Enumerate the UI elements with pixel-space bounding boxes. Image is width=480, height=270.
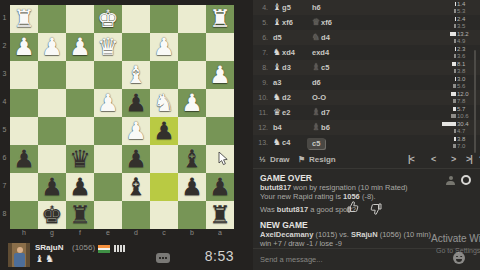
square-g3[interactable] [38, 61, 66, 89]
rank-label-2: 2 [0, 42, 9, 49]
square-h5[interactable] [10, 117, 38, 145]
square-d6[interactable]: ♟ [122, 145, 150, 173]
move-text: d2 [282, 93, 291, 102]
new-game-title: NEW GAME [260, 220, 308, 230]
white-figurine-icon: ♛ [273, 108, 281, 117]
move-number: 5. [253, 19, 268, 26]
move-black[interactable]: c5 [312, 138, 325, 149]
square-a8[interactable]: ♜ [206, 201, 234, 229]
move-white[interactable]: ♝g5 [273, 3, 291, 12]
square-h8[interactable] [10, 201, 38, 229]
square-g4[interactable] [38, 89, 66, 117]
rank-label-6: 6 [0, 154, 9, 161]
move-black[interactable]: d6 [312, 78, 321, 87]
move-black[interactable]: ♝d7 [312, 108, 330, 117]
avatar-bg2 [26, 243, 30, 267]
nav-next-icon[interactable]: > [451, 154, 455, 164]
player-name[interactable]: SRajuN [35, 243, 63, 252]
move-number: 9. [253, 79, 268, 86]
move-number: 10. [253, 94, 268, 101]
white-R-piece-h1[interactable]: ♜ [13, 5, 35, 33]
india-flag-icon [98, 245, 110, 253]
move-times: 1.45.3 [439, 1, 477, 14]
square-e5[interactable] [94, 117, 122, 145]
square-b6[interactable]: ♝ [178, 145, 206, 173]
black-P-piece-d6[interactable]: ♟ [125, 145, 147, 173]
white-figurine-icon: ♞ [273, 48, 281, 57]
move-row-4[interactable]: 4.♝g5h61.45.3 [253, 0, 480, 15]
move-text: d4 [321, 33, 330, 42]
square-f7[interactable]: ♟ [66, 173, 94, 201]
move-times: 13.24.9 [439, 31, 477, 44]
white-P-piece-f2[interactable]: ♟ [69, 33, 91, 61]
square-f3[interactable] [66, 61, 94, 89]
move-white[interactable]: ♝xf6 [273, 18, 293, 27]
black-P-piece-h6[interactable]: ♟ [13, 145, 35, 173]
file-label-f: f [66, 229, 94, 236]
black-P-piece-g7[interactable]: ♟ [41, 173, 63, 201]
square-e6[interactable] [94, 145, 122, 173]
square-d2[interactable] [122, 33, 150, 61]
move-number: 12. [253, 124, 268, 131]
white-figurine-icon: ♞ [273, 138, 281, 147]
avatar[interactable] [8, 243, 30, 267]
white-P-piece-e4[interactable]: ♟ [97, 89, 119, 117]
nav-first-icon[interactable]: |< [408, 154, 414, 164]
square-c8[interactable] [150, 201, 178, 229]
move-times: 30.44.7 [439, 121, 477, 134]
square-h3[interactable] [10, 61, 38, 89]
square-b5[interactable] [178, 117, 206, 145]
square-b2[interactable] [178, 33, 206, 61]
move-text: h6 [312, 3, 321, 12]
move-text: d5 [273, 33, 282, 42]
white-P-piece-c2[interactable]: ♟ [153, 33, 175, 61]
black-B-piece-d7[interactable]: ♝ [125, 173, 147, 201]
square-b1[interactable] [178, 5, 206, 33]
activate-windows-watermark: Activate Wi [431, 233, 480, 244]
black-figurine-icon: ♞ [312, 33, 320, 42]
move-text: b6 [321, 123, 330, 132]
move-number: 8. [253, 64, 268, 71]
move-number: 13. [253, 139, 268, 146]
black-P-piece-c5[interactable]: ♟ [153, 117, 175, 145]
square-e7[interactable] [94, 173, 122, 201]
game-over-section: GAME OVER butut817 won by resignation (1… [253, 168, 480, 169]
move-white[interactable]: ♞xd4 [273, 48, 295, 57]
square-g8[interactable]: ♚ [38, 201, 66, 229]
move-number: 4. [253, 4, 268, 11]
square-c2[interactable]: ♟ [150, 33, 178, 61]
square-c6[interactable] [150, 145, 178, 173]
good-sport-question: Was butut817 a good sport? [260, 205, 356, 214]
white-P-piece-a3[interactable]: ♟ [209, 61, 231, 89]
move-time: 7.0 [439, 143, 477, 150]
move-times: 3.05.6 [439, 76, 477, 89]
square-d7[interactable]: ♝ [122, 173, 150, 201]
avatar-bg [8, 243, 12, 267]
square-a3[interactable]: ♟ [206, 61, 234, 89]
move-black[interactable]: ♞d4 [312, 33, 330, 42]
white-P-piece-d5[interactable]: ♟ [125, 117, 147, 145]
avatar-person-body [14, 253, 25, 267]
move-time: 5.3 [439, 8, 477, 15]
black-figurine-icon: ♛ [312, 18, 320, 27]
chess-app-screen: ♜♚♜♟♟♟♛♟♝♟♟♟♞♟♟♟♟♛♟♝♟♟♝♟♟♚♜♜ 12345678 hg… [0, 0, 480, 270]
rank-label-3: 3 [0, 70, 9, 77]
move-row-12[interactable]: 12.b4♝b630.44.7 [253, 120, 480, 135]
square-b4[interactable]: ♟ [178, 89, 206, 117]
square-b8[interactable] [178, 201, 206, 229]
move-white[interactable]: a3 [273, 78, 281, 87]
move-number: 7. [253, 49, 268, 56]
resign-button[interactable]: Resign [309, 155, 336, 164]
square-d3[interactable]: ♝ [122, 61, 150, 89]
square-g7[interactable]: ♟ [38, 173, 66, 201]
move-time: 3.6 [439, 53, 477, 60]
black-P-piece-a7[interactable]: ♟ [209, 173, 231, 201]
white-Q-piece-e2[interactable]: ♛ [97, 33, 119, 61]
player-profile-icon[interactable] [446, 176, 455, 185]
move-text: xd4 [282, 48, 295, 57]
move-times: 2.43.5 [439, 16, 477, 29]
message-input[interactable]: Send a message... [260, 255, 323, 264]
black-figurine-icon: ♝ [312, 63, 320, 72]
draw-button[interactable]: Draw [270, 155, 290, 164]
move-text: c5 [312, 139, 320, 148]
square-h2[interactable]: ♟ [10, 33, 38, 61]
white-B-piece-d3[interactable]: ♝ [125, 61, 147, 89]
square-d4[interactable]: ♟ [122, 89, 150, 117]
move-text: c5 [321, 63, 329, 72]
move-row-6[interactable]: 6.d5♞d413.24.9 [253, 30, 480, 45]
nav-last-icon[interactable]: >| [466, 154, 472, 164]
move-times: 8.13.8 [439, 61, 477, 74]
move-text: xf6 [321, 18, 332, 27]
rank-label-5: 5 [0, 126, 9, 133]
white-K-piece-e1[interactable]: ♚ [97, 5, 119, 33]
resign-flag-icon[interactable]: ⚑ [298, 155, 305, 164]
file-label-e: e [94, 229, 122, 236]
game-over-title: GAME OVER [260, 173, 312, 183]
move-row-11[interactable]: 11.♛e2♝d75.710.6 [253, 105, 480, 120]
square-d8[interactable] [122, 201, 150, 229]
move-black[interactable]: h6 [312, 3, 321, 12]
file-label-c: c [150, 229, 178, 236]
move-text: d6 [312, 78, 321, 87]
move-row-7[interactable]: 7.♞xd4exd42.33.6 [253, 45, 480, 60]
move-row-13[interactable]: 13.♞c4c53.87.0 [253, 135, 480, 150]
square-f4[interactable] [66, 89, 94, 117]
square-c4[interactable]: ♞ [150, 89, 178, 117]
square-d5[interactable]: ♟ [122, 117, 150, 145]
move-times: 3.87.0 [439, 136, 477, 149]
black-figurine-icon: ♝ [312, 123, 320, 132]
player-rating: (1056) [72, 243, 95, 252]
chess-board[interactable]: ♜♚♜♟♟♟♛♟♝♟♟♟♞♟♟♟♟♛♟♝♟♟♝♟♟♚♜♜ [10, 5, 234, 229]
square-e1[interactable]: ♚ [94, 5, 122, 33]
square-f1[interactable] [66, 5, 94, 33]
move-black[interactable]: exd4 [312, 48, 329, 57]
move-times: 12.07.8 [439, 91, 477, 104]
square-f2[interactable]: ♟ [66, 33, 94, 61]
rank-label-7: 7 [0, 182, 9, 189]
square-d1[interactable] [122, 5, 150, 33]
white-figurine-icon: ♝ [273, 3, 281, 12]
move-text: a3 [273, 78, 281, 87]
black-P-piece-b7[interactable]: ♟ [181, 173, 203, 201]
move-white[interactable]: ♝d3 [273, 63, 291, 72]
move-white[interactable]: ♞d2 [273, 93, 291, 102]
move-black[interactable]: ♝c5 [312, 63, 329, 72]
square-g6[interactable] [38, 145, 66, 173]
file-label-d: d [122, 229, 150, 236]
move-text: g5 [282, 3, 291, 12]
move-number: 6. [253, 34, 268, 41]
square-a7[interactable]: ♟ [206, 173, 234, 201]
white-figurine-icon: ♝ [273, 18, 281, 27]
square-a4[interactable] [206, 89, 234, 117]
square-a2[interactable] [206, 33, 234, 61]
square-c5[interactable]: ♟ [150, 117, 178, 145]
square-g1[interactable] [38, 5, 66, 33]
move-text: d3 [282, 63, 291, 72]
move-row-9[interactable]: 9.a3d63.05.6 [253, 75, 480, 90]
move-time: 3.5 [439, 23, 477, 30]
black-K-piece-g8[interactable]: ♚ [41, 201, 63, 229]
black-R-piece-a8[interactable]: ♜ [209, 201, 231, 229]
connection-signal-icon [114, 245, 125, 252]
square-h7[interactable] [10, 173, 38, 201]
draw-half-icon[interactable]: ½ [259, 155, 266, 164]
square-h4[interactable] [10, 89, 38, 117]
move-times: 2.33.6 [439, 46, 477, 59]
move-time: 7.8 [439, 98, 477, 105]
game-over-rating: Your new Rapid rating is 1056 (-8). [260, 192, 376, 201]
square-c7[interactable] [150, 173, 178, 201]
square-f5[interactable] [66, 117, 94, 145]
square-a5[interactable] [206, 117, 234, 145]
move-times: 5.710.6 [439, 106, 477, 119]
square-e8[interactable] [94, 201, 122, 229]
square-h1[interactable]: ♜ [10, 5, 38, 33]
black-Q-piece-f6[interactable]: ♛ [69, 145, 91, 173]
square-g2[interactable]: ♟ [38, 33, 66, 61]
move-text: exd4 [312, 48, 329, 57]
move-time: 3.8 [439, 68, 477, 75]
move-time: 5.6 [439, 83, 477, 90]
move-white[interactable]: d5 [273, 33, 282, 42]
move-white[interactable]: b4 [273, 123, 282, 132]
new-game-stakes: win +7 / draw -1 / lose -9 [260, 239, 342, 248]
nav-prev-icon[interactable]: < [431, 154, 435, 164]
white-figurine-icon: ♝ [273, 63, 281, 72]
white-R-piece-a1[interactable]: ♜ [209, 5, 231, 33]
move-black[interactable]: ♝b6 [312, 123, 330, 132]
black-P-piece-d4[interactable]: ♟ [125, 89, 147, 117]
black-R-piece-f8[interactable]: ♜ [69, 201, 91, 229]
move-number: 11. [253, 109, 268, 116]
file-label-h: h [10, 229, 38, 236]
move-black[interactable]: O-O [312, 93, 326, 102]
white-N-piece-c4[interactable]: ♞ [153, 89, 175, 117]
move-black[interactable]: ♛xf6 [312, 18, 332, 27]
record-icon[interactable] [461, 175, 471, 185]
game-over-result: butut817 won by resignation (10 min Rate… [260, 183, 408, 192]
move-row-10[interactable]: 10.♞d2O-O12.07.8 [253, 90, 480, 105]
mouse-cursor-icon [218, 152, 230, 166]
move-white[interactable]: ♞c4 [273, 138, 290, 147]
square-c3[interactable] [150, 61, 178, 89]
move-text: O-O [312, 93, 326, 102]
file-label-g: g [38, 229, 66, 236]
square-f8[interactable]: ♜ [66, 201, 94, 229]
thumbs-down-icon[interactable] [370, 203, 382, 215]
new-game-pairing: AxelDecamany (1015) vs. SRajuN (1056) (1… [260, 230, 431, 239]
move-text: e2 [282, 108, 290, 117]
thumbs-up-icon[interactable] [347, 201, 359, 213]
rank-label-8: 8 [0, 210, 9, 217]
sidebar-panel: 4.♝g5h61.45.35.♝xf6♛xf62.43.56.d5♞d413.2… [253, 0, 480, 270]
white-P-piece-h2[interactable]: ♟ [13, 33, 35, 61]
black-B-piece-b6[interactable]: ♝ [181, 145, 203, 173]
rank-label-4: 4 [0, 98, 9, 105]
scrollbar[interactable] [474, 50, 476, 153]
go-to-settings-watermark: Go to Settings [436, 247, 480, 254]
white-P-piece-b4[interactable]: ♟ [181, 89, 203, 117]
square-g5[interactable] [38, 117, 66, 145]
square-h6[interactable]: ♟ [10, 145, 38, 173]
game-controls: ½ Draw ⚑ Resign |< < > >| ⇅ [253, 152, 480, 168]
move-text: xf6 [282, 18, 293, 27]
black-P-piece-f7[interactable]: ♟ [69, 173, 91, 201]
move-row-8[interactable]: 8.♝d3♝c58.13.8 [253, 60, 480, 75]
move-text: b4 [273, 123, 282, 132]
square-e3[interactable] [94, 61, 122, 89]
white-P-piece-g2[interactable]: ♟ [41, 33, 63, 61]
white-figurine-icon: ♞ [273, 93, 281, 102]
chat-bubble-icon[interactable] [156, 253, 170, 263]
black-figurine-icon: ♝ [312, 108, 320, 117]
move-text: c4 [282, 138, 290, 147]
move-row-5[interactable]: 5.♝xf6♛xf62.43.5 [253, 15, 480, 30]
player-clock: 8:53 [178, 248, 234, 264]
move-time: 4.7 [439, 128, 477, 135]
rank-label-1: 1 [0, 14, 9, 21]
move-time: 4.9 [439, 38, 477, 45]
square-e2[interactable]: ♛ [94, 33, 122, 61]
square-b7[interactable]: ♟ [178, 173, 206, 201]
move-white[interactable]: ♛e2 [273, 108, 290, 117]
file-label-a: a [206, 229, 234, 236]
captured-pieces: ♝♞ [35, 253, 55, 264]
move-text: d7 [321, 108, 330, 117]
square-b3[interactable] [178, 61, 206, 89]
square-c1[interactable] [150, 5, 178, 33]
square-f6[interactable]: ♛ [66, 145, 94, 173]
square-a1[interactable]: ♜ [206, 5, 234, 33]
square-e4[interactable]: ♟ [94, 89, 122, 117]
file-label-b: b [178, 229, 206, 236]
move-time: 10.6 [439, 113, 477, 120]
